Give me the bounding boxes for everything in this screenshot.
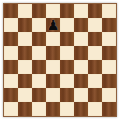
square-a4[interactable]: [4, 60, 18, 74]
square-g8[interactable]: [88, 4, 102, 18]
square-g1[interactable]: [88, 102, 102, 116]
square-d5[interactable]: [46, 46, 60, 60]
square-e2[interactable]: [60, 88, 74, 102]
square-f3[interactable]: [74, 74, 88, 88]
square-d2[interactable]: [46, 88, 60, 102]
square-d6[interactable]: [46, 32, 60, 46]
square-b6[interactable]: [18, 32, 32, 46]
square-c3[interactable]: [32, 74, 46, 88]
square-f4[interactable]: [74, 60, 88, 74]
chess-board: ♟: [4, 4, 116, 116]
square-c2[interactable]: [32, 88, 46, 102]
square-d8[interactable]: [46, 4, 60, 18]
square-b2[interactable]: [18, 88, 32, 102]
square-e8[interactable]: [60, 4, 74, 18]
square-d1[interactable]: [46, 102, 60, 116]
square-h4[interactable]: [102, 60, 116, 74]
square-h5[interactable]: [102, 46, 116, 60]
square-a8[interactable]: [4, 4, 18, 18]
square-f8[interactable]: [74, 4, 88, 18]
square-g5[interactable]: [88, 46, 102, 60]
chess-board-frame: ♟: [3, 3, 117, 117]
square-a7[interactable]: [4, 18, 18, 32]
square-c5[interactable]: [32, 46, 46, 60]
black-pawn[interactable]: ♟: [46, 18, 60, 32]
square-h7[interactable]: [102, 18, 116, 32]
square-g3[interactable]: [88, 74, 102, 88]
square-h2[interactable]: [102, 88, 116, 102]
square-e7[interactable]: [60, 18, 74, 32]
square-a6[interactable]: [4, 32, 18, 46]
square-h6[interactable]: [102, 32, 116, 46]
square-h8[interactable]: [102, 4, 116, 18]
square-f1[interactable]: [74, 102, 88, 116]
square-a3[interactable]: [4, 74, 18, 88]
square-h3[interactable]: [102, 74, 116, 88]
square-d7[interactable]: ♟: [46, 18, 60, 32]
square-f5[interactable]: [74, 46, 88, 60]
square-c1[interactable]: [32, 102, 46, 116]
square-f2[interactable]: [74, 88, 88, 102]
square-c6[interactable]: [32, 32, 46, 46]
square-e3[interactable]: [60, 74, 74, 88]
square-b5[interactable]: [18, 46, 32, 60]
square-e5[interactable]: [60, 46, 74, 60]
square-a5[interactable]: [4, 46, 18, 60]
square-a2[interactable]: [4, 88, 18, 102]
square-d4[interactable]: [46, 60, 60, 74]
square-c8[interactable]: [32, 4, 46, 18]
square-b4[interactable]: [18, 60, 32, 74]
square-g7[interactable]: [88, 18, 102, 32]
square-c7[interactable]: [32, 18, 46, 32]
square-e4[interactable]: [60, 60, 74, 74]
square-h1[interactable]: [102, 102, 116, 116]
square-c4[interactable]: [32, 60, 46, 74]
square-e6[interactable]: [60, 32, 74, 46]
square-e1[interactable]: [60, 102, 74, 116]
square-f6[interactable]: [74, 32, 88, 46]
square-a1[interactable]: [4, 102, 18, 116]
square-g6[interactable]: [88, 32, 102, 46]
square-b8[interactable]: [18, 4, 32, 18]
square-b3[interactable]: [18, 74, 32, 88]
square-d3[interactable]: [46, 74, 60, 88]
square-f7[interactable]: [74, 18, 88, 32]
square-g4[interactable]: [88, 60, 102, 74]
square-b1[interactable]: [18, 102, 32, 116]
square-g2[interactable]: [88, 88, 102, 102]
square-b7[interactable]: [18, 18, 32, 32]
